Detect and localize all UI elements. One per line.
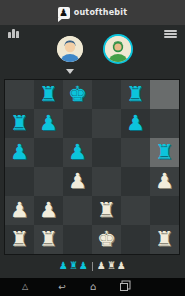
square-a4[interactable]: ♟ (5, 138, 34, 167)
piece-teal-rook[interactable]: ♜ (155, 142, 174, 163)
android-nav-bar: △ ↩ ⌂ (0, 278, 185, 296)
outofthebit-logo-icon: ♟ (58, 7, 70, 19)
square-b1[interactable]: ♜ (34, 225, 63, 254)
piece-teal-pawn[interactable]: ♟ (39, 113, 58, 134)
piece-white-rook[interactable]: ♜ (155, 229, 174, 250)
piece-white-pawn[interactable]: ♟ (155, 171, 174, 192)
piece-white-pawn[interactable]: ♟ (10, 200, 29, 221)
nav-triangle-icon[interactable]: △ (17, 278, 33, 296)
piece-white-rook[interactable]: ♜ (97, 200, 116, 221)
square-c6[interactable]: ♚ (63, 80, 92, 109)
square-f6[interactable] (150, 80, 179, 109)
square-d5[interactable] (92, 109, 121, 138)
square-e2[interactable] (121, 196, 150, 225)
piece-teal-pawn[interactable]: ♟ (10, 142, 29, 163)
menu-icon[interactable] (164, 30, 177, 38)
piece-white-king[interactable]: ♚ (97, 229, 116, 250)
square-e1[interactable] (121, 225, 150, 254)
square-d6[interactable] (92, 80, 121, 109)
captured-teal: ♟♜♟ (59, 261, 88, 271)
piece-teal-rook[interactable]: ♜ (39, 84, 58, 105)
app-header: ♟ outofthebit (0, 0, 185, 25)
square-f2[interactable] (150, 196, 179, 225)
square-a5[interactable]: ♜ (5, 109, 34, 138)
piece-white-pawn[interactable]: ♟ (68, 171, 87, 192)
logo-pawn-glyph: ♟ (59, 8, 68, 18)
captured-white-rook: ♜ (107, 261, 116, 271)
square-d2[interactable]: ♜ (92, 196, 121, 225)
captured-divider (92, 262, 93, 271)
player-dropdown-arrow[interactable] (66, 69, 74, 74)
nav-home-icon[interactable]: ⌂ (85, 278, 101, 296)
piece-white-rook[interactable]: ♜ (10, 229, 29, 250)
captured-white-pawn: ♟ (97, 261, 106, 271)
square-c2[interactable] (63, 196, 92, 225)
captured-teal-rook: ♜ (69, 261, 78, 271)
square-e3[interactable] (121, 167, 150, 196)
square-f5[interactable] (150, 109, 179, 138)
stats-icon[interactable] (8, 29, 21, 38)
square-a1[interactable]: ♜ (5, 225, 34, 254)
square-a2[interactable]: ♟ (5, 196, 34, 225)
square-d1[interactable]: ♚ (92, 225, 121, 254)
square-e5[interactable]: ♟ (121, 109, 150, 138)
square-d3[interactable] (92, 167, 121, 196)
player1-avatar[interactable] (57, 36, 83, 62)
captured-teal-pawn: ♟ (79, 261, 88, 271)
square-a3[interactable] (5, 167, 34, 196)
square-b5[interactable]: ♟ (34, 109, 63, 138)
player2-avatar[interactable] (105, 36, 131, 62)
square-b3[interactable] (34, 167, 63, 196)
player2-portrait (105, 36, 131, 62)
square-f1[interactable]: ♜ (150, 225, 179, 254)
board: ♜♚♜♜♟♟♟♟♜♟♟♟♟♜♜♜♚♜ (4, 79, 180, 255)
player1-portrait (57, 36, 83, 62)
app-title: outofthebit (74, 8, 127, 17)
square-c3[interactable]: ♟ (63, 167, 92, 196)
square-b2[interactable]: ♟ (34, 196, 63, 225)
captured-trays: ♟♜♟ ♟♜♟ (0, 259, 185, 273)
piece-teal-king[interactable]: ♚ (68, 84, 87, 105)
piece-teal-rook[interactable]: ♜ (126, 84, 145, 105)
square-e4[interactable] (121, 138, 150, 167)
square-a6[interactable] (5, 80, 34, 109)
piece-teal-pawn[interactable]: ♟ (68, 142, 87, 163)
square-c5[interactable] (63, 109, 92, 138)
square-d4[interactable] (92, 138, 121, 167)
square-b4[interactable] (34, 138, 63, 167)
square-c1[interactable] (63, 225, 92, 254)
captured-teal-pawn: ♟ (59, 261, 68, 271)
square-e6[interactable]: ♜ (121, 80, 150, 109)
square-b6[interactable]: ♜ (34, 80, 63, 109)
piece-white-rook[interactable]: ♜ (39, 229, 58, 250)
captured-white: ♟♜♟ (97, 261, 126, 271)
nav-back-icon[interactable]: ↩ (54, 278, 70, 296)
captured-white-pawn: ♟ (117, 261, 126, 271)
piece-white-pawn[interactable]: ♟ (39, 200, 58, 221)
piece-teal-pawn[interactable]: ♟ (126, 113, 145, 134)
square-f3[interactable]: ♟ (150, 167, 179, 196)
square-c4[interactable]: ♟ (63, 138, 92, 167)
square-f4[interactable]: ♜ (150, 138, 179, 167)
nav-recents-icon[interactable] (116, 278, 132, 296)
piece-teal-rook[interactable]: ♜ (10, 113, 29, 134)
